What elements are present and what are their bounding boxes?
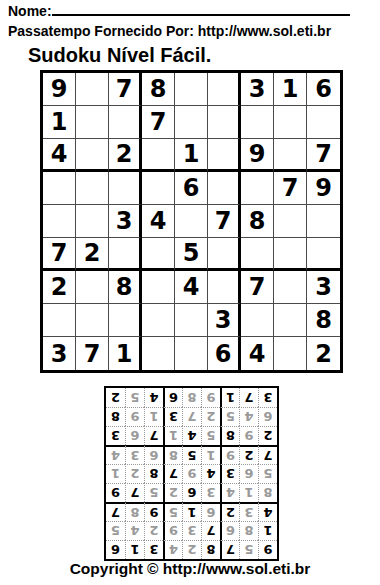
page-header: Nome: Passatempo Fornecido Por: http://w… (0, 0, 380, 66)
solution-cell-r5c8: 2 (125, 464, 144, 483)
solution-cell-r8c4: 2 (201, 407, 220, 426)
solution-cell-r7c1: 2 (258, 426, 277, 445)
solution-area: 9578243161867392454326159878143625795634… (104, 386, 275, 561)
solution-cell-r6c3: 9 (220, 445, 239, 464)
puzzle-cell-r9c6: 6 (208, 337, 241, 370)
solution-cell-r4c1: 8 (258, 483, 277, 502)
puzzle-cell-r1c2[interactable] (76, 73, 109, 106)
puzzle-cell-r2c4: 7 (142, 106, 175, 139)
puzzle-cell-r6c8[interactable] (274, 238, 307, 271)
puzzle-cell-r3c4[interactable] (142, 139, 175, 172)
solution-cell-r4c3: 4 (220, 483, 239, 502)
solution-cell-r2c2: 8 (239, 521, 258, 540)
solution-cell-r6c6: 8 (163, 445, 182, 464)
puzzle-cell-r1c4: 8 (142, 73, 175, 106)
puzzle-cell-r6c5: 5 (175, 238, 208, 271)
solution-cell-r8c7: 1 (144, 407, 163, 426)
puzzle-cell-r5c2[interactable] (76, 205, 109, 238)
solution-cell-r2c8: 4 (125, 521, 144, 540)
solution-cell-r8c3: 5 (220, 407, 239, 426)
puzzle-cell-r8c2[interactable] (76, 304, 109, 337)
puzzle-cell-r4c2[interactable] (76, 172, 109, 205)
name-blank-line (52, 2, 350, 16)
puzzle-cell-r9c2: 7 (76, 337, 109, 370)
puzzle-cell-r6c3[interactable] (109, 238, 142, 271)
solution-cell-r1c1: 9 (258, 540, 277, 559)
puzzle-cell-r1c6[interactable] (208, 73, 241, 106)
solution-cell-r1c8: 1 (125, 540, 144, 559)
name-label: Nome: (8, 3, 52, 19)
solution-cell-r6c2: 2 (239, 445, 258, 464)
solution-cell-r1c4: 8 (201, 540, 220, 559)
solution-cell-r8c1: 6 (258, 407, 277, 426)
solution-cell-r3c3: 2 (220, 502, 239, 521)
sudoku-solution-grid-rotated: 9578243161867392454326159878143625795634… (104, 386, 279, 561)
puzzle-cell-r7c8[interactable] (274, 271, 307, 304)
solution-cell-r2c9: 5 (106, 521, 125, 540)
solution-cell-r4c5: 6 (182, 483, 201, 502)
solution-cell-r9c9: 2 (106, 388, 125, 407)
solution-cell-r6c4: 1 (201, 445, 220, 464)
puzzle-cell-r4c6[interactable] (208, 172, 241, 205)
solution-cell-r1c7: 3 (144, 540, 163, 559)
solution-cell-r6c1: 7 (258, 445, 277, 464)
puzzle-cell-r8c8[interactable] (274, 304, 307, 337)
puzzle-cell-r9c8[interactable] (274, 337, 307, 370)
solution-cell-r7c4: 5 (201, 426, 220, 445)
solution-cell-r9c6: 6 (163, 388, 182, 407)
solution-cell-r4c8: 7 (125, 483, 144, 502)
puzzle-cell-r2c6[interactable] (208, 106, 241, 139)
solution-cell-r4c7: 5 (144, 483, 163, 502)
solution-cell-r9c4: 9 (201, 388, 220, 407)
solution-cell-r9c1: 3 (258, 388, 277, 407)
puzzle-cell-r2c1: 1 (43, 106, 76, 139)
puzzle-cell-r4c8: 7 (274, 172, 307, 205)
puzzle-cell-r5c8[interactable] (274, 205, 307, 238)
puzzle-cell-r9c4[interactable] (142, 337, 175, 370)
puzzle-cell-r7c7: 7 (241, 271, 274, 304)
puzzle-cell-r2c9[interactable] (307, 106, 340, 139)
puzzle-cell-r3c5: 1 (175, 139, 208, 172)
puzzle-cell-r3c8[interactable] (274, 139, 307, 172)
solution-cell-r5c4: 4 (201, 464, 220, 483)
copyright-line: Copyright © http://www.sol.eti.br (0, 560, 380, 578)
solution-cell-r1c3: 7 (220, 540, 239, 559)
puzzle-cell-r2c3[interactable] (109, 106, 142, 139)
puzzle-cell-r6c2: 2 (76, 238, 109, 271)
puzzle-cell-r7c3: 8 (109, 271, 142, 304)
solution-cell-r4c9: 9 (106, 483, 125, 502)
solution-cell-r4c4: 3 (201, 483, 220, 502)
puzzle-cell-r4c4[interactable] (142, 172, 175, 205)
solution-cell-r2c3: 6 (220, 521, 239, 540)
puzzle-cell-r6c9[interactable] (307, 238, 340, 271)
solution-cell-r3c1: 4 (258, 502, 277, 521)
puzzle-cell-r7c9: 3 (307, 271, 340, 304)
puzzle-cell-r1c9: 6 (307, 73, 340, 106)
puzzle-cell-r7c5: 4 (175, 271, 208, 304)
puzzle-cell-r4c9: 9 (307, 172, 340, 205)
puzzle-cell-r6c4[interactable] (142, 238, 175, 271)
solution-cell-r7c2: 9 (239, 426, 258, 445)
solution-cell-r5c6: 7 (163, 464, 182, 483)
solution-cell-r2c6: 9 (163, 521, 182, 540)
puzzle-cell-r8c6: 3 (208, 304, 241, 337)
puzzle-cell-r9c1: 3 (43, 337, 76, 370)
solution-cell-r7c3: 8 (220, 426, 239, 445)
solution-cell-r7c9: 3 (106, 426, 125, 445)
puzzle-cell-r9c5[interactable] (175, 337, 208, 370)
puzzle-cell-r5c4: 4 (142, 205, 175, 238)
puzzle-cell-r8c5[interactable] (175, 304, 208, 337)
solution-cell-r3c8: 8 (125, 502, 144, 521)
puzzle-cell-r3c3: 2 (109, 139, 142, 172)
puzzle-cell-r8c3[interactable] (109, 304, 142, 337)
solution-cell-r5c1: 5 (258, 464, 277, 483)
solution-cell-r9c7: 4 (144, 388, 163, 407)
puzzle-cell-r2c7[interactable] (241, 106, 274, 139)
puzzle-cell-r3c6[interactable] (208, 139, 241, 172)
puzzle-cell-r5c6: 7 (208, 205, 241, 238)
solution-cell-r5c9: 1 (106, 464, 125, 483)
solution-cell-r5c3: 3 (220, 464, 239, 483)
puzzle-cell-r9c3: 1 (109, 337, 142, 370)
solution-cell-r5c5: 9 (182, 464, 201, 483)
solution-cell-r6c8: 3 (125, 445, 144, 464)
sudoku-puzzle-grid: 978316174219767934787252847338371642 (40, 70, 343, 373)
puzzle-cell-r1c1: 9 (43, 73, 76, 106)
puzzle-cell-r6c1: 7 (43, 238, 76, 271)
solution-cell-r9c8: 5 (125, 388, 144, 407)
puzzle-cell-r2c2[interactable] (76, 106, 109, 139)
puzzle-cell-r5c7: 8 (241, 205, 274, 238)
solution-cell-r1c2: 5 (239, 540, 258, 559)
puzzle-cell-r1c3: 7 (109, 73, 142, 106)
solution-cell-r2c5: 3 (182, 521, 201, 540)
puzzle-cell-r3c7: 9 (241, 139, 274, 172)
puzzle-cell-r4c5: 6 (175, 172, 208, 205)
puzzle-cell-r1c8: 1 (274, 73, 307, 106)
puzzle-cell-r7c4[interactable] (142, 271, 175, 304)
solution-cell-r6c5: 5 (182, 445, 201, 464)
puzzle-cell-r3c2[interactable] (76, 139, 109, 172)
solution-cell-r3c4: 6 (201, 502, 220, 521)
puzzle-cell-r9c7: 4 (241, 337, 274, 370)
puzzle-cell-r8c4[interactable] (142, 304, 175, 337)
provider-line: Passatempo Fornecido Por: http://www.sol… (8, 22, 374, 40)
puzzle-cell-r6c6[interactable] (208, 238, 241, 271)
solution-cell-r3c7: 9 (144, 502, 163, 521)
puzzle-cell-r6c7[interactable] (241, 238, 274, 271)
puzzle-cell-r3c9: 7 (307, 139, 340, 172)
solution-cell-r2c7: 2 (144, 521, 163, 540)
solution-cell-r4c2: 1 (239, 483, 258, 502)
solution-cell-r1c6: 4 (163, 540, 182, 559)
solution-cell-r1c9: 6 (106, 540, 125, 559)
puzzle-cell-r1c5[interactable] (175, 73, 208, 106)
solution-cell-r7c6: 1 (163, 426, 182, 445)
puzzle-cell-r4c3[interactable] (109, 172, 142, 205)
puzzle-cell-r8c1[interactable] (43, 304, 76, 337)
puzzle-cell-r5c5[interactable] (175, 205, 208, 238)
solution-cell-r3c9: 7 (106, 502, 125, 521)
solution-cell-r3c2: 3 (239, 502, 258, 521)
puzzle-cell-r3c1: 4 (43, 139, 76, 172)
puzzle-cell-r5c9[interactable] (307, 205, 340, 238)
puzzle-cell-r8c9: 8 (307, 304, 340, 337)
puzzle-cell-r4c1[interactable] (43, 172, 76, 205)
puzzle-cell-r2c8[interactable] (274, 106, 307, 139)
solution-cell-r7c8: 6 (125, 426, 144, 445)
puzzle-cell-r7c2[interactable] (76, 271, 109, 304)
puzzle-cell-r7c6[interactable] (208, 271, 241, 304)
solution-cell-r8c8: 9 (125, 407, 144, 426)
solution-cell-r2c1: 1 (258, 521, 277, 540)
solution-cell-r9c5: 8 (182, 388, 201, 407)
solution-cell-r6c7: 6 (144, 445, 163, 464)
solution-cell-r5c7: 8 (144, 464, 163, 483)
solution-cell-r3c5: 1 (182, 502, 201, 521)
solution-cell-r9c2: 7 (239, 388, 258, 407)
solution-cell-r5c2: 6 (239, 464, 258, 483)
solution-cell-r3c6: 5 (163, 502, 182, 521)
solution-cell-r8c2: 4 (239, 407, 258, 426)
solution-cell-r1c5: 2 (182, 540, 201, 559)
solution-cell-r7c5: 4 (182, 426, 201, 445)
solution-cell-r4c6: 2 (163, 483, 182, 502)
puzzle-cell-r5c1[interactable] (43, 205, 76, 238)
page-title: Sudoku Nível Fácil. (28, 44, 374, 66)
solution-cell-r6c9: 4 (106, 445, 125, 464)
puzzle-cell-r9c9: 2 (307, 337, 340, 370)
puzzle-cell-r7c1: 2 (43, 271, 76, 304)
puzzle-cell-r1c7: 3 (241, 73, 274, 106)
puzzle-cell-r8c7[interactable] (241, 304, 274, 337)
solution-cell-r8c6: 3 (163, 407, 182, 426)
puzzle-cell-r4c7[interactable] (241, 172, 274, 205)
puzzle-cell-r5c3: 3 (109, 205, 142, 238)
solution-cell-r2c4: 7 (201, 521, 220, 540)
name-row: Nome: (8, 2, 374, 20)
solution-cell-r8c5: 7 (182, 407, 201, 426)
puzzle-cell-r2c5[interactable] (175, 106, 208, 139)
solution-cell-r7c7: 7 (144, 426, 163, 445)
solution-cell-r9c3: 1 (220, 388, 239, 407)
solution-cell-r8c9: 8 (106, 407, 125, 426)
